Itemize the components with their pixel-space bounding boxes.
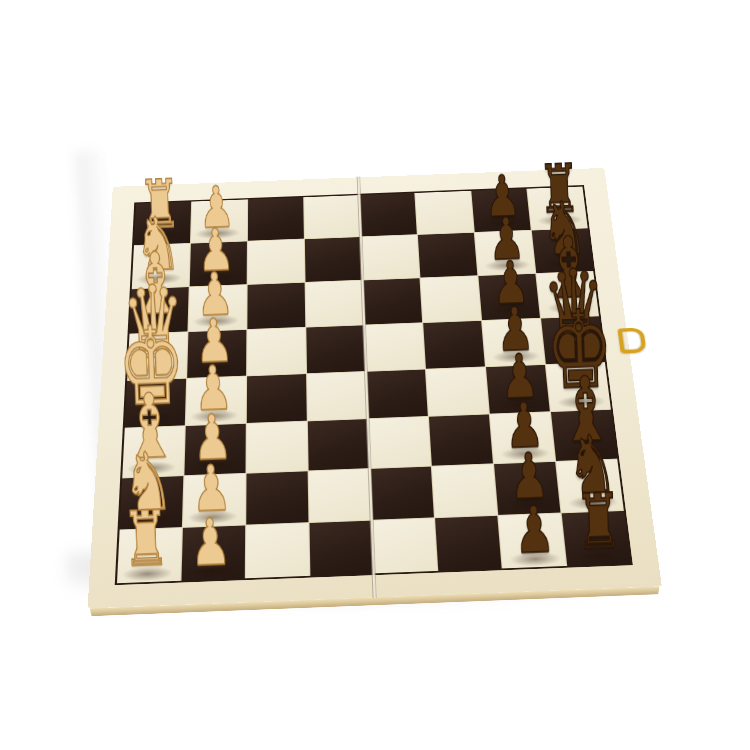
perspective-stage: ♜♟♟♜♞♟♟♞♝♟♟♝♛♟♟♛♚♟♟♚♝♟♟♝♞♟♟♞♜♟♟♜ [75, 80, 656, 661]
square-r1c2 [191, 199, 247, 242]
square-r6c3 [246, 422, 307, 473]
square-r1c6 [416, 191, 474, 234]
white-rook: ♜ [121, 500, 171, 577]
chess-board: ♜♟♟♜♞♟♟♞♝♟♟♝♛♟♟♛♚♟♟♚♝♟♟♝♞♟♟♞♜♟♟♜ [88, 168, 662, 608]
square-r4c4 [306, 325, 366, 373]
square-r1c3 [248, 197, 304, 240]
square-r8c6 [435, 516, 501, 571]
square-r6c6 [429, 415, 493, 466]
square-r2c2 [190, 241, 247, 286]
square-r1c5 [360, 193, 417, 236]
square-r3c7 [479, 274, 540, 320]
square-r7c5 [370, 467, 434, 520]
square-r8c4 [309, 521, 373, 576]
black-pawn: ♟ [512, 496, 555, 562]
square-r2c3 [247, 239, 304, 284]
brass-clasp-icon [617, 328, 646, 354]
square-r1c8 [527, 187, 587, 230]
square-r3c6 [421, 276, 481, 322]
square-r6c5 [368, 417, 431, 468]
square-r2c1 [132, 244, 190, 289]
square-r3c4 [305, 280, 364, 326]
square-r6c4 [307, 419, 369, 470]
square-r3c5 [363, 278, 423, 324]
square-r5c4 [307, 371, 368, 420]
square-r3c2 [188, 285, 246, 331]
square-r4c3 [247, 327, 306, 375]
square-r7c6 [432, 464, 497, 517]
square-r2c7 [475, 230, 535, 275]
square-r1c7 [472, 189, 531, 232]
square-r2c6 [418, 233, 477, 278]
square-r1c1 [134, 202, 191, 245]
square-r2c4 [304, 237, 362, 282]
square-r5c5 [367, 369, 429, 418]
square-r3c3 [247, 283, 305, 329]
product-photo-canvas: ♜♟♟♜♞♟♟♞♝♟♟♝♛♟♟♛♚♟♟♚♝♟♟♝♞♟♟♞♜♟♟♜ [0, 0, 750, 750]
square-r8c5 [372, 518, 437, 573]
black-rook: ♜ [573, 483, 623, 560]
white-pawn: ♟ [189, 509, 232, 575]
square-r7c4 [308, 469, 371, 522]
square-r7c3 [246, 472, 308, 525]
square-r4c5 [365, 323, 426, 371]
square-r4c6 [424, 321, 486, 369]
square-r8c3 [246, 523, 309, 578]
square-r5c6 [426, 367, 489, 416]
square-r5c3 [247, 374, 307, 424]
square-r1c4 [304, 195, 361, 238]
square-r2c5 [361, 235, 419, 280]
square-r2c8 [532, 228, 593, 273]
